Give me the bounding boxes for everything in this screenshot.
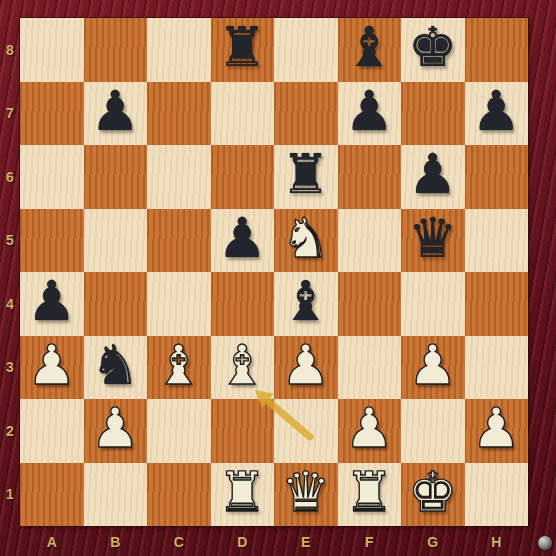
white-pawn-g3[interactable]: ♟ xyxy=(408,338,457,393)
rank-labels: 8 7 6 5 4 3 2 1 xyxy=(0,18,20,526)
square-h2[interactable]: ♟ xyxy=(465,399,529,463)
white-bishop-d3[interactable]: ♝ xyxy=(218,338,267,393)
file-label-g: G xyxy=(401,529,465,554)
square-g7[interactable] xyxy=(401,82,465,146)
square-e2[interactable] xyxy=(274,399,338,463)
square-h1[interactable] xyxy=(465,463,529,527)
square-g3[interactable]: ♟ xyxy=(401,336,465,400)
square-h6[interactable] xyxy=(465,145,529,209)
square-e5[interactable]: ♞ xyxy=(274,209,338,273)
white-pawn-b2[interactable]: ♟ xyxy=(91,401,140,456)
rank-label-2: 2 xyxy=(0,399,20,463)
file-label-c: C xyxy=(147,529,211,554)
white-knight-e5[interactable]: ♞ xyxy=(281,211,330,266)
file-label-d: D xyxy=(211,529,275,554)
square-f7[interactable]: ♟ xyxy=(338,82,402,146)
square-e3[interactable]: ♟ xyxy=(274,336,338,400)
square-b4[interactable] xyxy=(84,272,148,336)
square-d6[interactable] xyxy=(211,145,275,209)
black-pawn-b7[interactable]: ♟ xyxy=(91,84,140,139)
square-h8[interactable] xyxy=(465,18,529,82)
square-c4[interactable] xyxy=(147,272,211,336)
board-frame: 8 7 6 5 4 3 2 1 ♜♝♚♟♟♟♜♟♟♞♛♟♝♟♞♝♝♟♟♟♟♟♜♛… xyxy=(0,0,556,556)
rank-label-1: 1 xyxy=(0,463,20,527)
white-bishop-c3[interactable]: ♝ xyxy=(154,338,203,393)
square-d5[interactable]: ♟ xyxy=(211,209,275,273)
square-e1[interactable]: ♛ xyxy=(274,463,338,527)
black-bishop-e4[interactable]: ♝ xyxy=(281,274,330,329)
square-c2[interactable] xyxy=(147,399,211,463)
black-pawn-h7[interactable]: ♟ xyxy=(472,84,521,139)
square-d4[interactable] xyxy=(211,272,275,336)
square-b1[interactable] xyxy=(84,463,148,527)
black-knight-b3[interactable]: ♞ xyxy=(91,338,140,393)
square-a7[interactable] xyxy=(20,82,84,146)
square-g1[interactable]: ♚ xyxy=(401,463,465,527)
black-pawn-a4[interactable]: ♟ xyxy=(27,274,76,329)
square-c8[interactable] xyxy=(147,18,211,82)
square-b5[interactable] xyxy=(84,209,148,273)
square-a1[interactable] xyxy=(20,463,84,527)
file-label-a: A xyxy=(20,529,84,554)
square-d7[interactable] xyxy=(211,82,275,146)
black-pawn-g6[interactable]: ♟ xyxy=(408,147,457,202)
square-f5[interactable] xyxy=(338,209,402,273)
rank-label-6: 6 xyxy=(0,145,20,209)
square-h3[interactable] xyxy=(465,336,529,400)
square-h4[interactable] xyxy=(465,272,529,336)
black-rook-e6[interactable]: ♜ xyxy=(281,147,330,202)
square-c6[interactable] xyxy=(147,145,211,209)
square-c1[interactable] xyxy=(147,463,211,527)
file-label-e: E xyxy=(274,529,338,554)
square-a8[interactable] xyxy=(20,18,84,82)
square-g8[interactable]: ♚ xyxy=(401,18,465,82)
square-d3[interactable]: ♝ xyxy=(211,336,275,400)
black-king-g8[interactable]: ♚ xyxy=(408,20,457,75)
square-f4[interactable] xyxy=(338,272,402,336)
white-king-g1[interactable]: ♚ xyxy=(408,465,457,520)
black-pawn-f7[interactable]: ♟ xyxy=(345,84,394,139)
square-e6[interactable]: ♜ xyxy=(274,145,338,209)
square-g6[interactable]: ♟ xyxy=(401,145,465,209)
square-a3[interactable]: ♟ xyxy=(20,336,84,400)
rank-label-3: 3 xyxy=(0,336,20,400)
black-queen-g5[interactable]: ♛ xyxy=(408,211,457,266)
white-pawn-h2[interactable]: ♟ xyxy=(472,401,521,456)
square-f3[interactable] xyxy=(338,336,402,400)
chess-board: ♜♝♚♟♟♟♜♟♟♞♛♟♝♟♞♝♝♟♟♟♟♟♜♛♜♚ xyxy=(20,18,528,526)
square-f1[interactable]: ♜ xyxy=(338,463,402,527)
square-f6[interactable] xyxy=(338,145,402,209)
square-d8[interactable]: ♜ xyxy=(211,18,275,82)
square-b2[interactable]: ♟ xyxy=(84,399,148,463)
corner-pin-icon xyxy=(538,536,552,550)
file-label-f: F xyxy=(338,529,402,554)
square-f2[interactable]: ♟ xyxy=(338,399,402,463)
square-g4[interactable] xyxy=(401,272,465,336)
square-h7[interactable]: ♟ xyxy=(465,82,529,146)
white-pawn-e3[interactable]: ♟ xyxy=(281,338,330,393)
square-g2[interactable] xyxy=(401,399,465,463)
square-f8[interactable]: ♝ xyxy=(338,18,402,82)
square-a2[interactable] xyxy=(20,399,84,463)
white-rook-f1[interactable]: ♜ xyxy=(345,465,394,520)
square-h5[interactable] xyxy=(465,209,529,273)
square-d2[interactable] xyxy=(211,399,275,463)
white-queen-e1[interactable]: ♛ xyxy=(281,465,330,520)
black-rook-d8[interactable]: ♜ xyxy=(218,20,267,75)
square-b8[interactable] xyxy=(84,18,148,82)
square-b7[interactable]: ♟ xyxy=(84,82,148,146)
square-a5[interactable] xyxy=(20,209,84,273)
rank-label-7: 7 xyxy=(0,82,20,146)
black-bishop-f8[interactable]: ♝ xyxy=(345,20,394,75)
square-g5[interactable]: ♛ xyxy=(401,209,465,273)
square-a6[interactable] xyxy=(20,145,84,209)
square-c3[interactable]: ♝ xyxy=(147,336,211,400)
file-label-b: B xyxy=(84,529,148,554)
square-a4[interactable]: ♟ xyxy=(20,272,84,336)
square-e8[interactable] xyxy=(274,18,338,82)
black-pawn-d5[interactable]: ♟ xyxy=(218,211,267,266)
file-label-h: H xyxy=(465,529,529,554)
square-b3[interactable]: ♞ xyxy=(84,336,148,400)
white-pawn-f2[interactable]: ♟ xyxy=(345,401,394,456)
square-c5[interactable] xyxy=(147,209,211,273)
white-rook-d1[interactable]: ♜ xyxy=(218,465,267,520)
file-labels: A B C D E F G H xyxy=(20,529,528,554)
white-pawn-a3[interactable]: ♟ xyxy=(27,338,76,393)
square-d1[interactable]: ♜ xyxy=(211,463,275,527)
square-b6[interactable] xyxy=(84,145,148,209)
rank-label-8: 8 xyxy=(0,18,20,82)
square-e7[interactable] xyxy=(274,82,338,146)
square-c7[interactable] xyxy=(147,82,211,146)
rank-label-4: 4 xyxy=(0,272,20,336)
square-e4[interactable]: ♝ xyxy=(274,272,338,336)
rank-label-5: 5 xyxy=(0,209,20,273)
